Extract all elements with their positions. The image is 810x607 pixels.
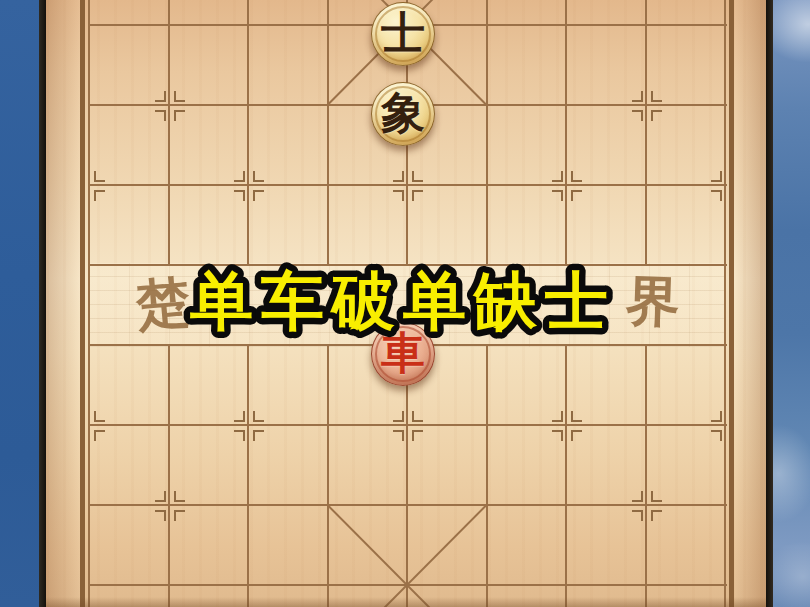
star-point-mark xyxy=(571,190,582,201)
star-point-mark xyxy=(174,510,185,521)
board-edge-right xyxy=(766,0,773,607)
grid-file-line xyxy=(327,0,329,266)
grid-rank-line xyxy=(88,264,727,266)
star-point-mark xyxy=(94,171,105,182)
star-point-mark xyxy=(632,491,643,502)
star-point-mark xyxy=(234,411,245,422)
star-point-mark xyxy=(174,110,185,121)
star-point-mark xyxy=(393,190,404,201)
side-bar-right xyxy=(773,0,810,607)
star-point-mark xyxy=(711,171,722,182)
star-point-mark xyxy=(412,411,423,422)
star-point-mark xyxy=(552,171,563,182)
star-point-mark xyxy=(651,110,662,121)
star-point-mark xyxy=(412,190,423,201)
star-point-mark xyxy=(552,190,563,201)
grid-file-line xyxy=(486,0,488,266)
star-point-mark xyxy=(94,190,105,201)
star-point-mark xyxy=(651,491,662,502)
star-point-mark xyxy=(234,171,245,182)
board-bottom-shade xyxy=(46,597,766,607)
star-point-mark xyxy=(155,491,166,502)
grid-file-line xyxy=(88,0,90,607)
star-point-mark xyxy=(711,430,722,441)
star-point-mark xyxy=(393,411,404,422)
grid-file-line xyxy=(168,0,170,266)
star-point-mark xyxy=(174,91,185,102)
river-label-chu: 楚 xyxy=(134,274,193,333)
star-point-mark xyxy=(632,91,643,102)
grid-file-line xyxy=(327,344,329,607)
star-point-mark xyxy=(94,411,105,422)
grid-file-line xyxy=(724,0,726,607)
grid-rank-line xyxy=(88,424,727,426)
star-point-mark xyxy=(155,110,166,121)
piece-red-chariot[interactable]: 車 xyxy=(371,322,435,386)
grid-file-line xyxy=(486,344,488,607)
river-label-jie: 界 xyxy=(625,273,681,329)
star-point-mark xyxy=(412,171,423,182)
grid-rank-line xyxy=(88,504,727,506)
star-point-mark xyxy=(253,190,264,201)
star-point-mark xyxy=(571,171,582,182)
side-bar-left xyxy=(0,0,39,607)
board-border-left xyxy=(80,0,85,607)
star-point-mark xyxy=(393,171,404,182)
star-point-mark xyxy=(571,411,582,422)
star-point-mark xyxy=(632,510,643,521)
board-border-right xyxy=(729,0,734,607)
grid-file-line xyxy=(247,344,249,607)
star-point-mark xyxy=(253,430,264,441)
star-point-mark xyxy=(94,430,105,441)
piece-glyph: 象 xyxy=(381,91,425,135)
grid-rank-line xyxy=(88,184,727,186)
grid-rank-line xyxy=(88,584,727,586)
star-point-mark xyxy=(234,430,245,441)
grid-file-line xyxy=(565,344,567,607)
board-edge-left xyxy=(39,0,46,607)
star-point-mark xyxy=(651,91,662,102)
star-point-mark xyxy=(412,430,423,441)
star-point-mark xyxy=(571,430,582,441)
grid-file-line xyxy=(565,0,567,266)
star-point-mark xyxy=(651,510,662,521)
piece-glyph: 車 xyxy=(381,331,425,375)
star-point-mark xyxy=(155,510,166,521)
star-point-mark xyxy=(234,190,245,201)
star-point-mark xyxy=(174,491,185,502)
star-point-mark xyxy=(253,171,264,182)
star-point-mark xyxy=(253,411,264,422)
star-point-mark xyxy=(632,110,643,121)
video-frame: 楚 界 士象車 单车破单缺士 xyxy=(0,0,810,607)
piece-black-advisor[interactable]: 士 xyxy=(371,2,435,66)
star-point-mark xyxy=(711,190,722,201)
grid-file-line xyxy=(168,344,170,607)
grid-file-line xyxy=(645,344,647,607)
piece-black-elephant[interactable]: 象 xyxy=(371,82,435,146)
grid-file-line xyxy=(645,0,647,266)
grid-file-line xyxy=(247,0,249,266)
star-point-mark xyxy=(711,411,722,422)
star-point-mark xyxy=(552,430,563,441)
piece-glyph: 士 xyxy=(381,11,425,55)
star-point-mark xyxy=(552,411,563,422)
star-point-mark xyxy=(155,91,166,102)
star-point-mark xyxy=(393,430,404,441)
